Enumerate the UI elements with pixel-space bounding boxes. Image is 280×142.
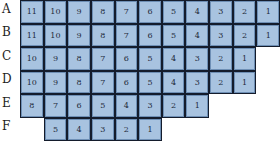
seat-cell-E6[interactable]: 6 xyxy=(67,94,91,118)
seat-cell-B1[interactable]: 1 xyxy=(256,24,280,48)
seat-cell-E7[interactable]: 7 xyxy=(44,94,68,118)
seat-cell-B3[interactable]: 3 xyxy=(209,24,233,48)
seat-cell-D8[interactable]: 8 xyxy=(67,71,91,95)
seat-cell-E8[interactable]: 8 xyxy=(20,94,44,118)
seating-grid: A1110987654321B1110987654321C10987654321… xyxy=(0,0,280,141)
seat-cell-D4[interactable]: 4 xyxy=(162,71,186,95)
seat-cell-B8[interactable]: 8 xyxy=(91,24,115,48)
seat-cell-C2[interactable]: 2 xyxy=(209,47,233,71)
seat-cell-C10[interactable]: 10 xyxy=(20,47,44,71)
row-label-F: F xyxy=(2,120,10,132)
seat-cell-A8[interactable]: 8 xyxy=(91,0,115,24)
seat-cell-A9[interactable]: 9 xyxy=(67,0,91,24)
seat-cell-F3[interactable]: 3 xyxy=(91,118,115,142)
seat-cell-A2[interactable]: 2 xyxy=(233,0,257,24)
seat-cell-B4[interactable]: 4 xyxy=(185,24,209,48)
seat-cell-B7[interactable]: 7 xyxy=(115,24,139,48)
seat-cell-D1[interactable]: 1 xyxy=(233,71,257,95)
seat-cell-D9[interactable]: 9 xyxy=(44,71,68,95)
seat-cell-E1[interactable]: 1 xyxy=(185,94,209,118)
row-label-E: E xyxy=(2,97,11,109)
seat-cell-C3[interactable]: 3 xyxy=(185,47,209,71)
seat-cell-C1[interactable]: 1 xyxy=(233,47,257,71)
seat-cell-D2[interactable]: 2 xyxy=(209,71,233,95)
seat-cell-B2[interactable]: 2 xyxy=(233,24,257,48)
seat-cell-D10[interactable]: 10 xyxy=(20,71,44,95)
seat-cell-D7[interactable]: 7 xyxy=(91,71,115,95)
seat-cell-B5[interactable]: 5 xyxy=(162,24,186,48)
seat-cell-E3[interactable]: 3 xyxy=(138,94,162,118)
seat-cell-A5[interactable]: 5 xyxy=(162,0,186,24)
seat-cell-E5[interactable]: 5 xyxy=(91,94,115,118)
seat-cell-B11[interactable]: 11 xyxy=(20,24,44,48)
seat-cell-C7[interactable]: 7 xyxy=(91,47,115,71)
seat-cell-A6[interactable]: 6 xyxy=(138,0,162,24)
seat-cell-F4[interactable]: 4 xyxy=(67,118,91,142)
row-label-A: A xyxy=(2,3,11,15)
seat-cell-B10[interactable]: 10 xyxy=(44,24,68,48)
seat-cell-F2[interactable]: 2 xyxy=(115,118,139,142)
seat-cell-A7[interactable]: 7 xyxy=(115,0,139,24)
seat-cell-F1[interactable]: 1 xyxy=(138,118,162,142)
seat-cell-D5[interactable]: 5 xyxy=(138,71,162,95)
seat-cell-C9[interactable]: 9 xyxy=(44,47,68,71)
seat-cell-A4[interactable]: 4 xyxy=(185,0,209,24)
seat-cell-A3[interactable]: 3 xyxy=(209,0,233,24)
seat-cell-D3[interactable]: 3 xyxy=(185,71,209,95)
row-label-C: C xyxy=(2,50,11,62)
seat-cell-C6[interactable]: 6 xyxy=(115,47,139,71)
seat-cell-B6[interactable]: 6 xyxy=(138,24,162,48)
seat-cell-A10[interactable]: 10 xyxy=(44,0,68,24)
seat-cell-F5[interactable]: 5 xyxy=(44,118,68,142)
row-label-B: B xyxy=(2,26,11,38)
seat-cell-E2[interactable]: 2 xyxy=(162,94,186,118)
seat-cell-A11[interactable]: 11 xyxy=(20,0,44,24)
seat-cell-E4[interactable]: 4 xyxy=(115,94,139,118)
seat-cell-C8[interactable]: 8 xyxy=(67,47,91,71)
seat-cell-C5[interactable]: 5 xyxy=(138,47,162,71)
row-label-D: D xyxy=(2,73,12,85)
seat-cell-A1[interactable]: 1 xyxy=(256,0,280,24)
seat-cell-D6[interactable]: 6 xyxy=(115,71,139,95)
seat-cell-C4[interactable]: 4 xyxy=(162,47,186,71)
seat-cell-B9[interactable]: 9 xyxy=(67,24,91,48)
